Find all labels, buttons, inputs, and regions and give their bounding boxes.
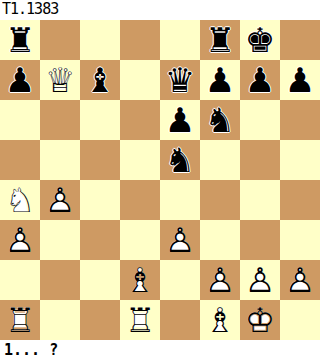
square-e4[interactable]: [160, 180, 200, 220]
square-a5[interactable]: [0, 140, 40, 180]
square-h2[interactable]: ♟♙: [280, 260, 320, 300]
black-pawn-glyph: ♟: [245, 60, 275, 100]
white-pawn[interactable]: ♟♙: [160, 220, 200, 260]
black-rook-glyph: ♜: [5, 20, 35, 60]
square-g2[interactable]: ♟♙: [240, 260, 280, 300]
black-pawn[interactable]: ♟: [160, 100, 200, 140]
square-g7[interactable]: ♟: [240, 60, 280, 100]
chess-board: ♜♜♚♟♛♕♝♛♟♟♟♟♞♞♞♘♟♙♟♙♟♙♝♗♟♙♟♙♟♙♜♖♜♖♝♗♚♔: [0, 20, 320, 340]
square-f3[interactable]: [200, 220, 240, 260]
square-d4[interactable]: [120, 180, 160, 220]
square-d6[interactable]: [120, 100, 160, 140]
square-e6[interactable]: ♟: [160, 100, 200, 140]
square-h6[interactable]: [280, 100, 320, 140]
black-pawn[interactable]: ♟: [280, 60, 320, 100]
black-rook[interactable]: ♜: [0, 20, 40, 60]
white-bishop[interactable]: ♝♗: [120, 260, 160, 300]
square-b3[interactable]: [40, 220, 80, 260]
black-pawn-glyph: ♟: [205, 60, 235, 100]
white-pawn-outline: ♙: [245, 260, 275, 300]
move-prompt: 1... ?: [0, 340, 320, 360]
square-h3[interactable]: [280, 220, 320, 260]
square-f5[interactable]: [200, 140, 240, 180]
black-pawn-glyph: ♟: [5, 60, 35, 100]
square-b1[interactable]: [40, 300, 80, 340]
white-knight[interactable]: ♞♘: [0, 180, 40, 220]
black-queen[interactable]: ♛: [160, 60, 200, 100]
white-pawn-outline: ♙: [285, 260, 315, 300]
square-g5[interactable]: [240, 140, 280, 180]
square-a1[interactable]: ♜♖: [0, 300, 40, 340]
square-g6[interactable]: [240, 100, 280, 140]
square-c8[interactable]: [80, 20, 120, 60]
square-a8[interactable]: ♜: [0, 20, 40, 60]
square-c5[interactable]: [80, 140, 120, 180]
diagram-title: T1.1383: [0, 0, 320, 20]
black-pawn-glyph: ♟: [165, 100, 195, 140]
black-queen-glyph: ♛: [165, 60, 195, 100]
black-pawn[interactable]: ♟: [200, 60, 240, 100]
square-h5[interactable]: [280, 140, 320, 180]
white-bishop-outline: ♗: [125, 260, 155, 300]
square-g3[interactable]: [240, 220, 280, 260]
square-c3[interactable]: [80, 220, 120, 260]
square-b8[interactable]: [40, 20, 80, 60]
square-f1[interactable]: ♝♗: [200, 300, 240, 340]
white-rook-outline: ♖: [5, 300, 35, 340]
white-pawn[interactable]: ♟♙: [40, 180, 80, 220]
white-queen[interactable]: ♛♕: [40, 60, 80, 100]
square-h1[interactable]: [280, 300, 320, 340]
square-d1[interactable]: ♜♖: [120, 300, 160, 340]
white-pawn-outline: ♙: [165, 220, 195, 260]
black-knight[interactable]: ♞: [200, 100, 240, 140]
black-pawn-glyph: ♟: [285, 60, 315, 100]
black-knight-glyph: ♞: [165, 140, 195, 180]
square-b2[interactable]: [40, 260, 80, 300]
chess-diagram: T1.1383 ♜♜♚♟♛♕♝♛♟♟♟♟♞♞♞♘♟♙♟♙♟♙♝♗♟♙♟♙♟♙♜♖…: [0, 0, 320, 360]
black-rook[interactable]: ♜: [200, 20, 240, 60]
square-c7[interactable]: ♝: [80, 60, 120, 100]
square-h8[interactable]: [280, 20, 320, 60]
white-pawn[interactable]: ♟♙: [240, 260, 280, 300]
white-pawn-outline: ♙: [5, 220, 35, 260]
black-pawn[interactable]: ♟: [0, 60, 40, 100]
white-knight-outline: ♘: [5, 180, 35, 220]
square-e8[interactable]: [160, 20, 200, 60]
square-f6[interactable]: ♞: [200, 100, 240, 140]
square-c2[interactable]: [80, 260, 120, 300]
square-d7[interactable]: [120, 60, 160, 100]
square-d3[interactable]: [120, 220, 160, 260]
white-king[interactable]: ♚♔: [240, 300, 280, 340]
square-c1[interactable]: [80, 300, 120, 340]
white-queen-outline: ♕: [45, 60, 75, 100]
white-pawn-outline: ♙: [45, 180, 75, 220]
black-knight[interactable]: ♞: [160, 140, 200, 180]
square-f7[interactable]: ♟: [200, 60, 240, 100]
square-d5[interactable]: [120, 140, 160, 180]
square-d8[interactable]: [120, 20, 160, 60]
square-g4[interactable]: [240, 180, 280, 220]
square-h7[interactable]: ♟: [280, 60, 320, 100]
square-e7[interactable]: ♛: [160, 60, 200, 100]
square-e2[interactable]: [160, 260, 200, 300]
white-rook[interactable]: ♜♖: [120, 300, 160, 340]
square-c6[interactable]: [80, 100, 120, 140]
white-bishop[interactable]: ♝♗: [200, 300, 240, 340]
white-pawn[interactable]: ♟♙: [280, 260, 320, 300]
black-pawn[interactable]: ♟: [240, 60, 280, 100]
black-knight-glyph: ♞: [205, 100, 235, 140]
square-b6[interactable]: [40, 100, 80, 140]
square-f2[interactable]: ♟♙: [200, 260, 240, 300]
square-g1[interactable]: ♚♔: [240, 300, 280, 340]
black-king-glyph: ♚: [245, 20, 275, 60]
white-king-outline: ♔: [245, 300, 275, 340]
square-e3[interactable]: ♟♙: [160, 220, 200, 260]
black-king[interactable]: ♚: [240, 20, 280, 60]
square-g8[interactable]: ♚: [240, 20, 280, 60]
square-a2[interactable]: [0, 260, 40, 300]
white-bishop-outline: ♗: [205, 300, 235, 340]
square-b5[interactable]: [40, 140, 80, 180]
square-a3[interactable]: ♟♙: [0, 220, 40, 260]
square-c4[interactable]: [80, 180, 120, 220]
square-e1[interactable]: [160, 300, 200, 340]
square-e5[interactable]: ♞: [160, 140, 200, 180]
white-pawn[interactable]: ♟♙: [200, 260, 240, 300]
white-rook[interactable]: ♜♖: [0, 300, 40, 340]
white-pawn[interactable]: ♟♙: [0, 220, 40, 260]
black-rook-glyph: ♜: [205, 20, 235, 60]
square-f8[interactable]: ♜: [200, 20, 240, 60]
white-rook-outline: ♖: [125, 300, 155, 340]
square-b7[interactable]: ♛♕: [40, 60, 80, 100]
black-bishop-glyph: ♝: [85, 60, 115, 100]
square-a6[interactable]: [0, 100, 40, 140]
square-b4[interactable]: ♟♙: [40, 180, 80, 220]
square-d2[interactable]: ♝♗: [120, 260, 160, 300]
square-a4[interactable]: ♞♘: [0, 180, 40, 220]
black-bishop[interactable]: ♝: [80, 60, 120, 100]
white-pawn-outline: ♙: [205, 260, 235, 300]
square-h4[interactable]: [280, 180, 320, 220]
square-a7[interactable]: ♟: [0, 60, 40, 100]
square-f4[interactable]: [200, 180, 240, 220]
